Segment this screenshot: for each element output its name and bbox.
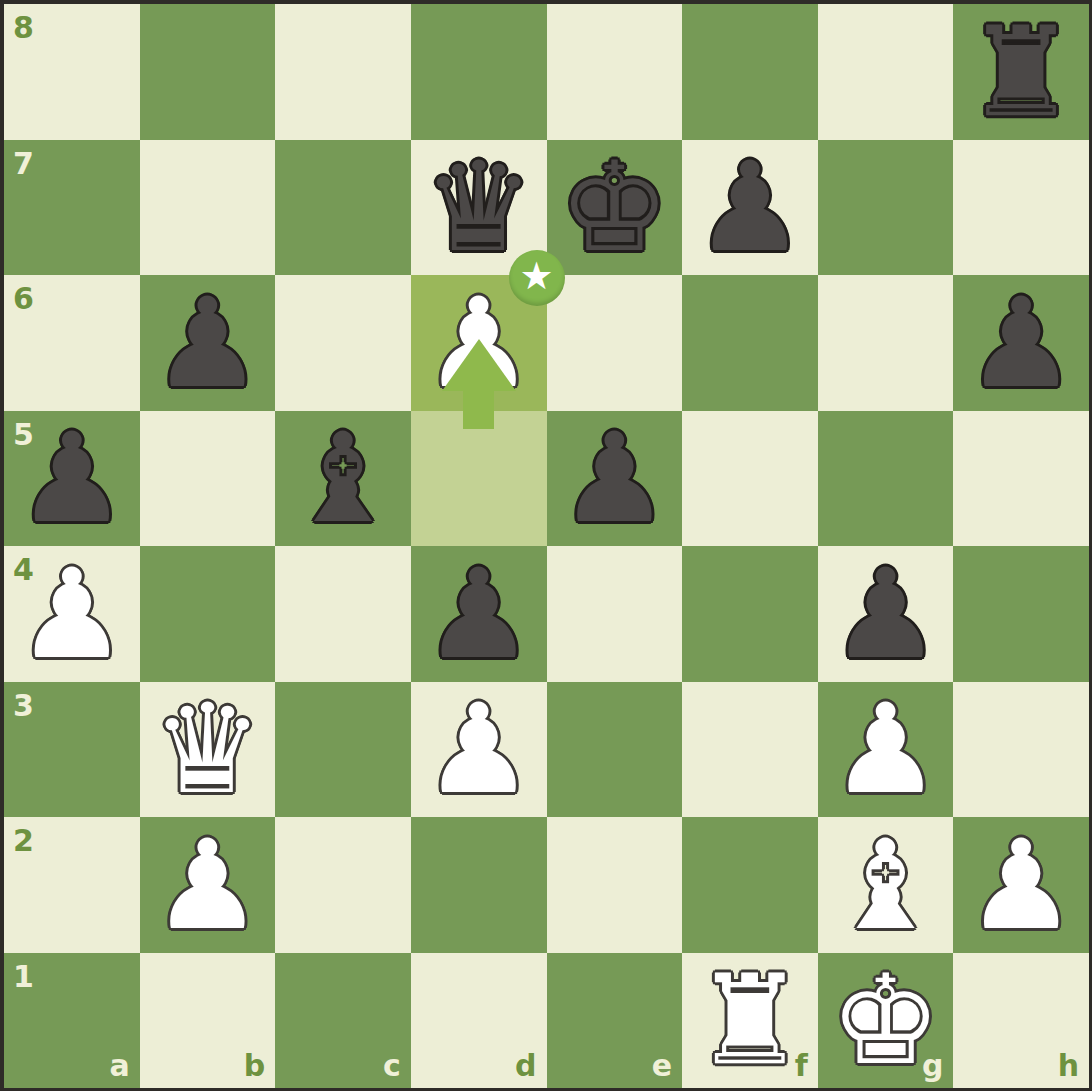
square-b6[interactable]: ♟ — [140, 275, 276, 411]
rank-label-1: 1 — [13, 962, 34, 992]
black-pawn-b6[interactable]: ♟ — [140, 275, 276, 411]
square-e5[interactable]: ♟ — [547, 411, 683, 547]
rank-label-7: 7 — [13, 149, 34, 179]
square-h6[interactable]: ♟ — [953, 275, 1089, 411]
white-pawn-d3[interactable]: ♟ — [411, 682, 547, 818]
square-c6[interactable] — [275, 275, 411, 411]
square-d6[interactable]: ♟★ — [411, 275, 547, 411]
chess-board-frame: 8♜7♛♚♟6♟♟★♟5♟♝♟4♟♟♟3♛♟♟2♟♝♟1abcdef♜g♚h — [0, 0, 1092, 1091]
square-h1[interactable]: h — [953, 953, 1089, 1089]
rank-label-8: 8 — [13, 13, 34, 43]
square-c8[interactable] — [275, 4, 411, 140]
square-d8[interactable] — [411, 4, 547, 140]
square-e3[interactable] — [547, 682, 683, 818]
square-a6[interactable]: 6 — [4, 275, 140, 411]
square-f7[interactable]: ♟ — [682, 140, 818, 276]
square-c1[interactable]: c — [275, 953, 411, 1089]
rank-label-3: 3 — [13, 691, 34, 721]
square-g6[interactable] — [818, 275, 954, 411]
square-f5[interactable] — [682, 411, 818, 547]
rank-label-6: 6 — [13, 284, 34, 314]
black-pawn-g4[interactable]: ♟ — [818, 546, 954, 682]
white-pawn-b2[interactable]: ♟ — [140, 817, 276, 953]
file-label-h: h — [1058, 1051, 1079, 1081]
square-f2[interactable] — [682, 817, 818, 953]
square-c2[interactable] — [275, 817, 411, 953]
square-g4[interactable]: ♟ — [818, 546, 954, 682]
square-g2[interactable]: ♝ — [818, 817, 954, 953]
square-b4[interactable] — [140, 546, 276, 682]
black-rook-h8[interactable]: ♜ — [953, 4, 1089, 140]
square-d5[interactable] — [411, 411, 547, 547]
black-pawn-e5[interactable]: ♟ — [547, 411, 683, 547]
square-e8[interactable] — [547, 4, 683, 140]
square-a1[interactable]: 1a — [4, 953, 140, 1089]
star-icon: ★ — [519, 257, 553, 295]
black-pawn-f7[interactable]: ♟ — [682, 140, 818, 276]
square-g7[interactable] — [818, 140, 954, 276]
black-pawn-a5[interactable]: ♟ — [4, 411, 140, 547]
square-h4[interactable] — [953, 546, 1089, 682]
square-d4[interactable]: ♟ — [411, 546, 547, 682]
square-b5[interactable] — [140, 411, 276, 547]
square-b3[interactable]: ♛ — [140, 682, 276, 818]
square-f3[interactable] — [682, 682, 818, 818]
black-king-e7[interactable]: ♚ — [547, 140, 683, 276]
white-bishop-g2[interactable]: ♝ — [818, 817, 954, 953]
square-d1[interactable]: d — [411, 953, 547, 1089]
white-pawn-g3[interactable]: ♟ — [818, 682, 954, 818]
black-bishop-c5[interactable]: ♝ — [275, 411, 411, 547]
square-a8[interactable]: 8 — [4, 4, 140, 140]
square-g8[interactable] — [818, 4, 954, 140]
white-pawn-a4[interactable]: ♟ — [4, 546, 140, 682]
white-rook-f1[interactable]: ♜ — [682, 953, 818, 1089]
white-queen-b3[interactable]: ♛ — [140, 682, 276, 818]
chess-board: 8♜7♛♚♟6♟♟★♟5♟♝♟4♟♟♟3♛♟♟2♟♝♟1abcdef♜g♚h — [4, 4, 1089, 1088]
square-h8[interactable]: ♜ — [953, 4, 1089, 140]
white-pawn-h2[interactable]: ♟ — [953, 817, 1089, 953]
square-a2[interactable]: 2 — [4, 817, 140, 953]
square-b8[interactable] — [140, 4, 276, 140]
square-c4[interactable] — [275, 546, 411, 682]
square-h2[interactable]: ♟ — [953, 817, 1089, 953]
square-g1[interactable]: g♚ — [818, 953, 954, 1089]
file-label-b: b — [244, 1051, 265, 1081]
square-e7[interactable]: ♚ — [547, 140, 683, 276]
square-a3[interactable]: 3 — [4, 682, 140, 818]
move-arrow-shaft — [463, 390, 494, 429]
best-move-badge: ★ — [509, 250, 565, 306]
file-label-a: a — [109, 1051, 129, 1081]
square-b2[interactable]: ♟ — [140, 817, 276, 953]
square-a5[interactable]: 5♟ — [4, 411, 140, 547]
rank-label-2: 2 — [13, 826, 34, 856]
white-king-g1[interactable]: ♚ — [818, 953, 954, 1089]
square-h3[interactable] — [953, 682, 1089, 818]
square-a4[interactable]: 4♟ — [4, 546, 140, 682]
square-g3[interactable]: ♟ — [818, 682, 954, 818]
square-e2[interactable] — [547, 817, 683, 953]
file-label-d: d — [515, 1051, 536, 1081]
square-h5[interactable] — [953, 411, 1089, 547]
move-arrow-head — [442, 339, 516, 391]
square-f6[interactable] — [682, 275, 818, 411]
black-pawn-d4[interactable]: ♟ — [411, 546, 547, 682]
square-g5[interactable] — [818, 411, 954, 547]
black-pawn-h6[interactable]: ♟ — [953, 275, 1089, 411]
square-c3[interactable] — [275, 682, 411, 818]
square-c5[interactable]: ♝ — [275, 411, 411, 547]
file-label-c: c — [383, 1051, 401, 1081]
square-e6[interactable] — [547, 275, 683, 411]
square-a7[interactable]: 7 — [4, 140, 140, 276]
square-c7[interactable] — [275, 140, 411, 276]
square-f4[interactable] — [682, 546, 818, 682]
file-label-e: e — [652, 1051, 672, 1081]
square-d3[interactable]: ♟ — [411, 682, 547, 818]
square-h7[interactable] — [953, 140, 1089, 276]
square-b7[interactable] — [140, 140, 276, 276]
square-e1[interactable]: e — [547, 953, 683, 1089]
square-d2[interactable] — [411, 817, 547, 953]
square-f8[interactable] — [682, 4, 818, 140]
square-f1[interactable]: f♜ — [682, 953, 818, 1089]
square-b1[interactable]: b — [140, 953, 276, 1089]
square-e4[interactable] — [547, 546, 683, 682]
